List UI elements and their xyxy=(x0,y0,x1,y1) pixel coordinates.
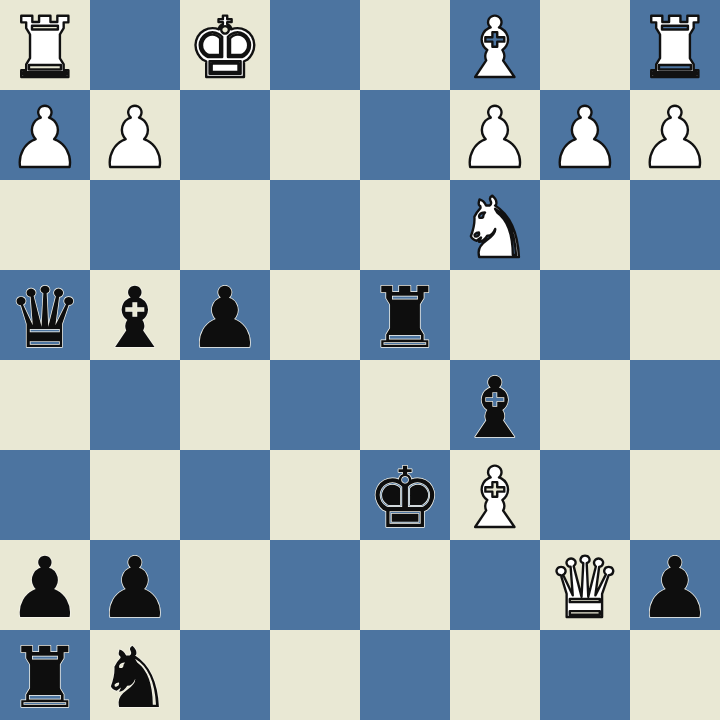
square-f2[interactable] xyxy=(180,90,270,180)
square-a4[interactable] xyxy=(630,270,720,360)
svg-text:♞: ♞ xyxy=(457,180,532,270)
svg-text:♛: ♛ xyxy=(7,270,82,360)
square-f5[interactable] xyxy=(180,360,270,450)
square-f4[interactable]: ♟ xyxy=(180,270,270,360)
svg-text:♝: ♝ xyxy=(457,360,532,450)
square-h5[interactable] xyxy=(0,360,90,450)
white-rook[interactable]: ♜ xyxy=(630,0,720,90)
black-queen[interactable]: ♛ xyxy=(0,270,90,360)
square-a2[interactable]: ♟ xyxy=(630,90,720,180)
white-bishop[interactable]: ♝ xyxy=(450,0,540,90)
svg-text:♚: ♚ xyxy=(187,0,262,90)
svg-text:♟: ♟ xyxy=(457,90,532,180)
svg-text:♜: ♜ xyxy=(7,630,82,720)
square-a6[interactable] xyxy=(630,450,720,540)
square-e4[interactable] xyxy=(270,270,360,360)
square-h6[interactable] xyxy=(0,450,90,540)
white-pawn[interactable]: ♟ xyxy=(90,90,180,180)
square-g2[interactable]: ♟ xyxy=(90,90,180,180)
square-d7[interactable] xyxy=(360,540,450,630)
square-h3[interactable] xyxy=(0,180,90,270)
black-king[interactable]: ♚ xyxy=(360,450,450,540)
square-b7[interactable]: ♛ xyxy=(540,540,630,630)
square-e8[interactable] xyxy=(270,630,360,720)
square-h7[interactable]: ♟ xyxy=(0,540,90,630)
black-pawn[interactable]: ♟ xyxy=(180,270,270,360)
square-f3[interactable] xyxy=(180,180,270,270)
square-f6[interactable] xyxy=(180,450,270,540)
square-e6[interactable] xyxy=(270,450,360,540)
square-c7[interactable] xyxy=(450,540,540,630)
black-knight[interactable]: ♞ xyxy=(90,630,180,720)
square-b2[interactable]: ♟ xyxy=(540,90,630,180)
white-pawn[interactable]: ♟ xyxy=(450,90,540,180)
square-e2[interactable] xyxy=(270,90,360,180)
svg-text:♟: ♟ xyxy=(97,90,172,180)
svg-text:♜: ♜ xyxy=(367,270,442,360)
square-e3[interactable] xyxy=(270,180,360,270)
black-pawn[interactable]: ♟ xyxy=(90,540,180,630)
square-d5[interactable] xyxy=(360,360,450,450)
square-b4[interactable] xyxy=(540,270,630,360)
svg-text:♝: ♝ xyxy=(457,450,532,540)
square-d3[interactable] xyxy=(360,180,450,270)
black-bishop[interactable]: ♝ xyxy=(90,270,180,360)
square-h4[interactable]: ♛ xyxy=(0,270,90,360)
square-f8[interactable] xyxy=(180,630,270,720)
white-pawn[interactable]: ♟ xyxy=(0,90,90,180)
square-c5[interactable]: ♝ xyxy=(450,360,540,450)
svg-text:♞: ♞ xyxy=(97,630,172,720)
square-e5[interactable] xyxy=(270,360,360,450)
square-d2[interactable] xyxy=(360,90,450,180)
square-g7[interactable]: ♟ xyxy=(90,540,180,630)
svg-text:♝: ♝ xyxy=(457,0,532,90)
square-d8[interactable] xyxy=(360,630,450,720)
square-g3[interactable] xyxy=(90,180,180,270)
svg-text:♟: ♟ xyxy=(187,270,262,360)
square-a8[interactable] xyxy=(630,630,720,720)
square-e1[interactable] xyxy=(270,0,360,90)
square-g1[interactable] xyxy=(90,0,180,90)
black-rook[interactable]: ♜ xyxy=(0,630,90,720)
black-pawn[interactable]: ♟ xyxy=(630,540,720,630)
svg-text:♟: ♟ xyxy=(7,90,82,180)
square-f1[interactable]: ♚ xyxy=(180,0,270,90)
svg-text:♟: ♟ xyxy=(97,540,172,630)
svg-text:♟: ♟ xyxy=(7,540,82,630)
square-c4[interactable] xyxy=(450,270,540,360)
square-a7[interactable]: ♟ xyxy=(630,540,720,630)
square-g8[interactable]: ♞ xyxy=(90,630,180,720)
svg-text:♚: ♚ xyxy=(367,450,442,540)
square-b6[interactable] xyxy=(540,450,630,540)
white-king[interactable]: ♚ xyxy=(180,0,270,90)
square-f7[interactable] xyxy=(180,540,270,630)
square-g4[interactable]: ♝ xyxy=(90,270,180,360)
white-knight[interactable]: ♞ xyxy=(450,180,540,270)
square-d6[interactable]: ♚ xyxy=(360,450,450,540)
square-c6[interactable]: ♝ xyxy=(450,450,540,540)
svg-text:♟: ♟ xyxy=(637,540,712,630)
white-pawn[interactable]: ♟ xyxy=(540,90,630,180)
svg-text:♟: ♟ xyxy=(547,90,622,180)
svg-text:♜: ♜ xyxy=(637,0,712,90)
square-c2[interactable]: ♟ xyxy=(450,90,540,180)
white-rook[interactable]: ♜ xyxy=(0,0,90,90)
square-b8[interactable] xyxy=(540,630,630,720)
square-g5[interactable] xyxy=(90,360,180,450)
black-bishop[interactable]: ♝ xyxy=(450,360,540,450)
square-h8[interactable]: ♜ xyxy=(0,630,90,720)
svg-text:♛: ♛ xyxy=(547,540,622,630)
square-a3[interactable] xyxy=(630,180,720,270)
square-b3[interactable] xyxy=(540,180,630,270)
black-rook[interactable]: ♜ xyxy=(360,270,450,360)
square-d1[interactable] xyxy=(360,0,450,90)
white-pawn[interactable]: ♟ xyxy=(630,90,720,180)
square-c1[interactable]: ♝ xyxy=(450,0,540,90)
svg-text:♟: ♟ xyxy=(637,90,712,180)
square-h2[interactable]: ♟ xyxy=(0,90,90,180)
svg-text:♜: ♜ xyxy=(7,0,82,90)
square-h1[interactable]: ♜ xyxy=(0,0,90,90)
white-bishop[interactable]: ♝ xyxy=(450,450,540,540)
chess-board: ♜♚♝♜♟♟♟♟♟♞♛♝♟♜♝♚♝♟♟♛♟♜♞ xyxy=(0,0,720,720)
square-e7[interactable] xyxy=(270,540,360,630)
square-a1[interactable]: ♜ xyxy=(630,0,720,90)
black-pawn[interactable]: ♟ xyxy=(0,540,90,630)
svg-text:♝: ♝ xyxy=(97,270,172,360)
white-queen[interactable]: ♛ xyxy=(540,540,630,630)
square-a5[interactable] xyxy=(630,360,720,450)
square-g6[interactable] xyxy=(90,450,180,540)
square-b5[interactable] xyxy=(540,360,630,450)
square-d4[interactable]: ♜ xyxy=(360,270,450,360)
square-c8[interactable] xyxy=(450,630,540,720)
square-c3[interactable]: ♞ xyxy=(450,180,540,270)
square-b1[interactable] xyxy=(540,0,630,90)
